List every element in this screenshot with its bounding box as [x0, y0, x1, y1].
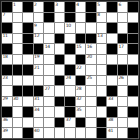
white-cell[interactable]: 41	[107, 128, 117, 138]
white-cell[interactable]	[86, 23, 96, 33]
white-cell[interactable]	[44, 107, 54, 117]
clue-number: 5	[97, 2, 100, 7]
white-cell[interactable]	[65, 55, 75, 65]
white-cell[interactable]	[55, 128, 65, 138]
white-cell[interactable]: 38	[107, 118, 117, 128]
black-cell	[44, 13, 54, 23]
white-cell[interactable]	[128, 97, 138, 107]
white-cell[interactable]: 9	[34, 23, 44, 33]
white-cell[interactable]: 35	[76, 107, 86, 117]
clue-number: 4	[76, 2, 79, 7]
white-cell[interactable]	[34, 13, 44, 23]
white-cell[interactable]	[44, 118, 54, 128]
clue-number: 35	[76, 107, 81, 112]
clue-number: 41	[108, 128, 113, 133]
clue-number: 29	[3, 96, 8, 101]
white-cell[interactable]	[76, 13, 86, 23]
black-cell	[23, 65, 33, 75]
white-cell[interactable]	[107, 55, 117, 65]
black-cell	[76, 76, 86, 86]
clue-number: 3	[55, 2, 58, 7]
white-cell[interactable]	[65, 86, 75, 96]
black-cell	[13, 86, 23, 96]
white-cell[interactable]	[23, 118, 33, 128]
white-cell[interactable]: 24	[65, 76, 75, 86]
white-cell[interactable]	[118, 13, 128, 23]
white-cell[interactable]	[86, 118, 96, 128]
white-cell[interactable]: 16	[86, 44, 96, 54]
white-cell[interactable]: 13	[97, 34, 107, 44]
white-cell[interactable]: 6	[118, 2, 128, 12]
black-cell	[97, 97, 107, 107]
black-cell	[65, 65, 75, 75]
white-cell[interactable]: 10	[65, 23, 75, 33]
clue-number: 14	[45, 44, 50, 49]
black-cell	[23, 86, 33, 96]
white-cell[interactable]: 40	[34, 128, 44, 138]
white-cell[interactable]	[13, 13, 23, 23]
white-cell[interactable]	[44, 34, 54, 44]
white-cell[interactable]: 18	[2, 55, 12, 65]
clue-number: 27	[45, 86, 50, 91]
white-cell[interactable]: 36	[2, 118, 12, 128]
white-cell[interactable]	[44, 76, 54, 86]
white-cell[interactable]	[118, 97, 128, 107]
black-cell	[23, 44, 33, 54]
white-cell[interactable]	[118, 23, 128, 33]
black-cell	[107, 23, 117, 33]
black-cell	[97, 128, 107, 138]
black-cell	[23, 2, 33, 12]
white-cell[interactable]: 15	[76, 44, 86, 54]
black-cell	[2, 44, 12, 54]
black-cell	[128, 23, 138, 33]
white-cell[interactable]	[55, 65, 65, 75]
clue-number: 38	[108, 117, 113, 122]
black-cell	[23, 34, 33, 44]
clue-number: 2	[34, 2, 37, 7]
black-cell	[107, 107, 117, 117]
clue-number: 23	[3, 75, 8, 80]
white-cell[interactable]	[2, 86, 12, 96]
white-cell[interactable]	[107, 13, 117, 23]
white-cell[interactable]: 19	[34, 55, 44, 65]
black-cell	[65, 107, 75, 117]
white-cell[interactable]: 32	[76, 97, 86, 107]
black-cell	[128, 86, 138, 96]
black-cell	[128, 107, 138, 117]
black-cell	[13, 65, 23, 75]
white-cell[interactable]	[118, 55, 128, 65]
black-cell	[55, 76, 65, 86]
black-cell	[107, 65, 117, 75]
clue-number: 30	[13, 96, 18, 101]
white-cell[interactable]: 22	[76, 65, 86, 75]
white-cell[interactable]	[97, 55, 107, 65]
white-cell[interactable]	[128, 76, 138, 86]
white-cell[interactable]: 1	[13, 2, 23, 12]
white-cell[interactable]: 29	[2, 97, 12, 107]
black-cell	[107, 2, 117, 12]
white-cell[interactable]	[118, 107, 128, 117]
white-cell[interactable]	[44, 55, 54, 65]
white-cell[interactable]	[86, 65, 96, 75]
white-cell[interactable]	[86, 97, 96, 107]
clue-number: 1	[13, 2, 16, 7]
white-cell[interactable]	[97, 44, 107, 54]
white-cell[interactable]: 28	[76, 86, 86, 96]
black-cell	[65, 97, 75, 107]
black-cell	[97, 118, 107, 128]
clue-number: 25	[87, 75, 92, 80]
white-cell[interactable]: 27	[44, 86, 54, 96]
white-cell[interactable]	[55, 23, 65, 33]
black-cell	[2, 23, 12, 33]
clue-number: 34	[34, 107, 39, 112]
black-cell	[65, 2, 75, 12]
white-cell[interactable]: 21	[34, 65, 44, 75]
black-cell	[34, 44, 44, 54]
white-cell[interactable]	[13, 44, 23, 54]
black-cell	[128, 2, 138, 12]
clue-number: 20	[87, 54, 92, 59]
white-cell[interactable]	[34, 76, 44, 86]
black-cell	[76, 34, 86, 44]
white-cell[interactable]: 2	[34, 2, 44, 12]
white-cell[interactable]	[118, 128, 128, 138]
white-cell[interactable]	[128, 118, 138, 128]
clue-number: 19	[34, 54, 39, 59]
white-cell[interactable]	[13, 128, 23, 138]
white-cell[interactable]	[23, 76, 33, 86]
clue-number: 8	[97, 12, 100, 17]
white-cell[interactable]: 11	[2, 34, 12, 44]
black-cell	[118, 34, 128, 44]
white-cell[interactable]	[65, 128, 75, 138]
clue-number: 40	[34, 128, 39, 133]
white-cell[interactable]: 39	[2, 128, 12, 138]
black-cell	[2, 107, 12, 117]
black-cell	[128, 65, 138, 75]
black-cell	[65, 13, 75, 23]
crossword-grid: 1234567891011121314151617181920212223242…	[1, 1, 139, 139]
white-cell[interactable]	[97, 76, 107, 86]
white-cell[interactable]	[44, 97, 54, 107]
black-cell	[55, 55, 65, 65]
white-cell[interactable]: 26	[118, 76, 128, 86]
white-cell[interactable]: 17	[118, 44, 128, 54]
black-cell	[55, 97, 65, 107]
white-cell[interactable]	[44, 128, 54, 138]
white-cell[interactable]: 3	[55, 2, 65, 12]
clue-number: 37	[66, 117, 71, 122]
white-cell[interactable]	[34, 118, 44, 128]
black-cell	[128, 128, 138, 138]
clue-number: 24	[66, 75, 71, 80]
white-cell[interactable]	[76, 128, 86, 138]
clue-number: 9	[34, 23, 37, 28]
black-cell	[55, 118, 65, 128]
black-cell	[118, 65, 128, 75]
white-cell[interactable]: 34	[34, 107, 44, 117]
white-cell[interactable]: 14	[44, 44, 54, 54]
white-cell[interactable]	[76, 23, 86, 33]
white-cell[interactable]: 8	[97, 13, 107, 23]
white-cell[interactable]	[55, 107, 65, 117]
black-cell	[2, 2, 12, 12]
clue-number: 26	[118, 75, 123, 80]
white-cell[interactable]: 37	[65, 118, 75, 128]
white-cell[interactable]	[13, 34, 23, 44]
black-cell	[23, 23, 33, 33]
black-cell	[76, 55, 86, 65]
white-cell[interactable]	[86, 107, 96, 117]
white-cell[interactable]	[65, 34, 75, 44]
white-cell[interactable]: 4	[76, 2, 86, 12]
clue-number: 10	[66, 23, 71, 28]
white-cell[interactable]	[107, 76, 117, 86]
white-cell[interactable]: 31	[34, 97, 44, 107]
white-cell[interactable]: 7	[2, 13, 12, 23]
white-cell[interactable]	[44, 23, 54, 33]
clue-number: 36	[3, 117, 8, 122]
white-cell[interactable]	[97, 65, 107, 75]
clue-number: 21	[34, 65, 39, 70]
white-cell[interactable]	[13, 118, 23, 128]
white-cell[interactable]	[128, 55, 138, 65]
clue-number: 32	[76, 96, 81, 101]
white-cell[interactable]: 23	[2, 76, 12, 86]
clue-number: 31	[34, 96, 39, 101]
white-cell[interactable]	[86, 86, 96, 96]
black-cell	[65, 44, 75, 54]
white-cell[interactable]: 20	[86, 55, 96, 65]
white-cell[interactable]	[23, 13, 33, 23]
white-cell[interactable]	[55, 13, 65, 23]
clue-number: 16	[87, 44, 92, 49]
clue-number: 17	[118, 44, 123, 49]
white-cell[interactable]: 12	[34, 34, 44, 44]
white-cell[interactable]: 25	[86, 76, 96, 86]
white-cell[interactable]	[13, 107, 23, 117]
white-cell[interactable]	[97, 107, 107, 117]
white-cell[interactable]: 33	[107, 97, 117, 107]
clue-number: 28	[76, 86, 81, 91]
white-cell[interactable]	[44, 65, 54, 75]
black-cell	[34, 86, 44, 96]
white-cell[interactable]: 5	[97, 2, 107, 12]
black-cell	[86, 2, 96, 12]
white-cell[interactable]: 30	[13, 97, 23, 107]
clue-number: 33	[108, 96, 113, 101]
clue-number: 7	[3, 12, 6, 17]
white-cell[interactable]	[97, 23, 107, 33]
clue-number: 6	[118, 2, 121, 7]
clue-number: 15	[76, 44, 81, 49]
white-cell[interactable]	[86, 128, 96, 138]
clue-number: 18	[3, 54, 8, 59]
white-cell[interactable]	[55, 44, 65, 54]
black-cell	[55, 34, 65, 44]
black-cell	[128, 34, 138, 44]
black-cell	[107, 86, 117, 96]
black-cell	[23, 107, 33, 117]
black-cell	[128, 44, 138, 54]
black-cell	[2, 65, 12, 75]
white-cell[interactable]	[23, 97, 33, 107]
clue-number: 11	[3, 33, 8, 38]
white-cell[interactable]	[118, 118, 128, 128]
clue-number: 13	[97, 33, 102, 38]
clue-number: 12	[34, 33, 39, 38]
white-cell[interactable]	[23, 55, 33, 65]
black-cell	[23, 128, 33, 138]
crossword-board: 1234567891011121314151617181920212223242…	[0, 0, 140, 140]
clue-number: 39	[3, 128, 8, 133]
clue-number: 22	[76, 65, 81, 70]
black-cell	[76, 118, 86, 128]
white-cell[interactable]	[13, 55, 23, 65]
black-cell	[44, 2, 54, 12]
white-cell[interactable]	[97, 86, 107, 96]
white-cell[interactable]	[107, 34, 117, 44]
white-cell[interactable]	[118, 86, 128, 96]
white-cell[interactable]	[13, 23, 23, 33]
black-cell	[86, 13, 96, 23]
white-cell[interactable]	[13, 76, 23, 86]
white-cell[interactable]	[55, 86, 65, 96]
black-cell	[107, 44, 117, 54]
white-cell[interactable]	[128, 13, 138, 23]
black-cell	[86, 34, 96, 44]
